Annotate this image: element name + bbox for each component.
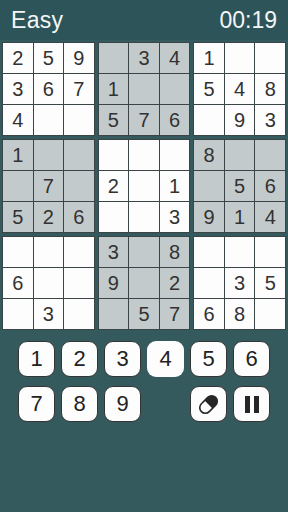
cell-r3c1[interactable]: 4 <box>3 105 33 135</box>
block-1-3: 154893 <box>193 42 286 136</box>
number-button-1[interactable]: 1 <box>18 341 55 377</box>
cell-r5c4[interactable]: 2 <box>99 171 129 201</box>
keypad-row-1: 123456 <box>18 341 270 377</box>
cell-r8c7[interactable] <box>194 268 224 298</box>
cell-r7c9[interactable] <box>255 237 285 267</box>
cell-r5c1[interactable] <box>3 171 33 201</box>
number-button-5[interactable]: 5 <box>190 341 227 377</box>
cell-r4c7[interactable]: 8 <box>194 140 224 170</box>
number-button-8[interactable]: 8 <box>61 386 98 422</box>
cell-r2c6[interactable] <box>160 74 190 104</box>
cell-r6c6[interactable]: 3 <box>160 202 190 232</box>
cell-r9c7[interactable]: 6 <box>194 299 224 329</box>
cell-r2c3[interactable]: 7 <box>64 74 94 104</box>
cell-r7c3[interactable] <box>64 237 94 267</box>
cell-r2c5[interactable] <box>129 74 159 104</box>
cell-r6c1[interactable]: 5 <box>3 202 33 232</box>
cell-r4c9[interactable] <box>255 140 285 170</box>
number-button-7[interactable]: 7 <box>18 386 55 422</box>
number-button-2[interactable]: 2 <box>61 341 98 377</box>
cell-r9c1[interactable] <box>3 299 33 329</box>
cell-r1c5[interactable]: 3 <box>129 43 159 73</box>
cell-r9c4[interactable] <box>99 299 129 329</box>
cell-r4c4[interactable] <box>99 140 129 170</box>
cell-r6c9[interactable]: 4 <box>255 202 285 232</box>
cell-r4c3[interactable] <box>64 140 94 170</box>
cell-r2c8[interactable]: 4 <box>225 74 255 104</box>
cell-r1c4[interactable] <box>99 43 129 73</box>
cell-r5c3[interactable] <box>64 171 94 201</box>
cell-r1c8[interactable] <box>225 43 255 73</box>
cell-r3c3[interactable] <box>64 105 94 135</box>
block-3-3: 3568 <box>193 236 286 330</box>
cell-r3c8[interactable]: 9 <box>225 105 255 135</box>
block-2-2: 213 <box>98 139 191 233</box>
cell-r1c9[interactable] <box>255 43 285 73</box>
number-button-6[interactable]: 6 <box>233 341 270 377</box>
cell-r2c7[interactable]: 5 <box>194 74 224 104</box>
cell-r7c6[interactable]: 8 <box>160 237 190 267</box>
cell-r8c2[interactable] <box>34 268 64 298</box>
cell-r4c8[interactable] <box>225 140 255 170</box>
sudoku-board: 2593674341576154893175262138569146338925… <box>2 42 286 330</box>
cell-r3c4[interactable]: 5 <box>99 105 129 135</box>
keypad: 123456789 <box>0 341 288 422</box>
pause-button[interactable] <box>233 386 270 422</box>
difficulty-label: Easy <box>11 7 63 34</box>
cell-r3c9[interactable]: 3 <box>255 105 285 135</box>
cell-r5c8[interactable]: 5 <box>225 171 255 201</box>
cell-r6c2[interactable]: 2 <box>34 202 64 232</box>
cell-r4c2[interactable] <box>34 140 64 170</box>
cell-r4c1[interactable]: 1 <box>3 140 33 170</box>
keypad-row-2: 789 <box>18 386 270 422</box>
block-3-2: 389257 <box>98 236 191 330</box>
cell-r4c5[interactable] <box>129 140 159 170</box>
block-2-3: 856914 <box>193 139 286 233</box>
cell-r9c6[interactable]: 7 <box>160 299 190 329</box>
number-button-9[interactable]: 9 <box>104 386 141 422</box>
cell-r9c8[interactable]: 8 <box>225 299 255 329</box>
cell-r9c3[interactable] <box>64 299 94 329</box>
cell-r9c5[interactable]: 5 <box>129 299 159 329</box>
timer: 00:19 <box>219 7 277 34</box>
cell-r6c8[interactable]: 1 <box>225 202 255 232</box>
cell-r2c4[interactable]: 1 <box>99 74 129 104</box>
cell-r7c2[interactable] <box>34 237 64 267</box>
block-2-1: 17526 <box>2 139 95 233</box>
cell-r5c7[interactable] <box>194 171 224 201</box>
cell-r1c6[interactable]: 4 <box>160 43 190 73</box>
cell-r5c2[interactable]: 7 <box>34 171 64 201</box>
cell-r7c5[interactable] <box>129 237 159 267</box>
number-button-3[interactable]: 3 <box>104 341 141 377</box>
cell-r7c8[interactable] <box>225 237 255 267</box>
block-1-2: 341576 <box>98 42 191 136</box>
number-button-4[interactable]: 4 <box>147 341 184 377</box>
cell-r9c9[interactable] <box>255 299 285 329</box>
pause-icon <box>245 396 259 413</box>
cell-r6c4[interactable] <box>99 202 129 232</box>
cell-r7c7[interactable] <box>194 237 224 267</box>
cell-r8c1[interactable]: 6 <box>3 268 33 298</box>
cell-r2c2[interactable]: 6 <box>34 74 64 104</box>
cell-r1c7[interactable]: 1 <box>194 43 224 73</box>
cell-r6c7[interactable]: 9 <box>194 202 224 232</box>
cell-r5c5[interactable] <box>129 171 159 201</box>
cell-r3c6[interactable]: 6 <box>160 105 190 135</box>
cell-r8c6[interactable]: 2 <box>160 268 190 298</box>
cell-r8c8[interactable]: 3 <box>225 268 255 298</box>
cell-r2c9[interactable]: 8 <box>255 74 285 104</box>
cell-r3c7[interactable] <box>194 105 224 135</box>
cell-r8c4[interactable]: 9 <box>99 268 129 298</box>
cell-r7c4[interactable]: 3 <box>99 237 129 267</box>
cell-r6c5[interactable] <box>129 202 159 232</box>
block-1-1: 2593674 <box>2 42 95 136</box>
block-3-1: 63 <box>2 236 95 330</box>
cell-r8c3[interactable] <box>64 268 94 298</box>
cell-r7c1[interactable] <box>3 237 33 267</box>
cell-r5c6[interactable]: 1 <box>160 171 190 201</box>
header-bar: Easy 00:19 <box>0 0 288 40</box>
cell-r8c9[interactable]: 5 <box>255 268 285 298</box>
eraser-button[interactable] <box>190 386 227 422</box>
cell-r3c2[interactable] <box>34 105 64 135</box>
cell-r1c2[interactable]: 5 <box>34 43 64 73</box>
cell-r5c9[interactable]: 6 <box>255 171 285 201</box>
cell-r8c5[interactable] <box>129 268 159 298</box>
eraser-icon <box>197 393 220 416</box>
cell-r3c5[interactable]: 7 <box>129 105 159 135</box>
cell-r2c1[interactable]: 3 <box>3 74 33 104</box>
cell-r4c6[interactable] <box>160 140 190 170</box>
cell-r6c3[interactable]: 6 <box>64 202 94 232</box>
cell-r1c1[interactable]: 2 <box>3 43 33 73</box>
cell-r9c2[interactable]: 3 <box>34 299 64 329</box>
cell-r1c3[interactable]: 9 <box>64 43 94 73</box>
